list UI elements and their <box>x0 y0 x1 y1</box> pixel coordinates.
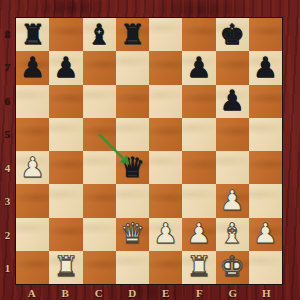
rank-label-3: 3 <box>0 185 15 219</box>
rank-labels: 87654321 <box>0 17 15 285</box>
black-pawn[interactable]: ♟ <box>53 54 78 82</box>
square-b1[interactable]: ♜ <box>49 251 82 284</box>
square-g3[interactable]: ♟ <box>216 184 249 217</box>
rank-label-1: 1 <box>0 252 15 286</box>
black-queen[interactable]: ♛ <box>120 154 145 182</box>
square-a6[interactable] <box>16 85 49 118</box>
square-c2[interactable] <box>83 218 116 251</box>
square-e5[interactable] <box>149 118 182 151</box>
square-a8[interactable]: ♜ <box>16 18 49 51</box>
square-a7[interactable]: ♟ <box>16 51 49 84</box>
white-bishop[interactable]: ♝ <box>220 220 245 248</box>
square-g6[interactable]: ♟ <box>216 85 249 118</box>
square-g8[interactable]: ♚ <box>216 18 249 51</box>
file-label-a: A <box>15 285 49 300</box>
square-a2[interactable] <box>16 218 49 251</box>
chess-board[interactable]: ♜♝♜♚♟♟♟♟♟♟♛♟♛♟♟♝♟♜♜♚ <box>16 18 282 284</box>
square-b2[interactable] <box>49 218 82 251</box>
square-g1[interactable]: ♚ <box>216 251 249 284</box>
white-rook[interactable]: ♜ <box>53 253 78 281</box>
black-pawn[interactable]: ♟ <box>253 54 278 82</box>
file-label-b: B <box>49 285 83 300</box>
file-label-d: D <box>116 285 150 300</box>
square-c7[interactable] <box>83 51 116 84</box>
file-label-g: G <box>216 285 250 300</box>
square-e1[interactable] <box>149 251 182 284</box>
square-c1[interactable] <box>83 251 116 284</box>
square-d4[interactable]: ♛ <box>116 151 149 184</box>
square-b3[interactable] <box>49 184 82 217</box>
white-pawn[interactable]: ♟ <box>253 220 278 248</box>
rank-label-8: 8 <box>0 17 15 51</box>
square-d5[interactable] <box>116 118 149 151</box>
square-d3[interactable] <box>116 184 149 217</box>
square-h6[interactable] <box>249 85 282 118</box>
square-h4[interactable] <box>249 151 282 184</box>
square-a5[interactable] <box>16 118 49 151</box>
rank-label-5: 5 <box>0 118 15 152</box>
white-pawn[interactable]: ♟ <box>153 220 178 248</box>
square-h7[interactable]: ♟ <box>249 51 282 84</box>
square-b7[interactable]: ♟ <box>49 51 82 84</box>
square-h1[interactable] <box>249 251 282 284</box>
square-e6[interactable] <box>149 85 182 118</box>
chess-app-window: 87654321 ABCDEFGH ♜♝♜♚♟♟♟♟♟♟♛♟♛♟♟♝♟♜♜♚ <box>0 0 300 300</box>
square-f1[interactable]: ♜ <box>182 251 215 284</box>
file-label-h: H <box>250 285 284 300</box>
square-b4[interactable] <box>49 151 82 184</box>
square-e7[interactable] <box>149 51 182 84</box>
square-g5[interactable] <box>216 118 249 151</box>
black-pawn[interactable]: ♟ <box>20 54 45 82</box>
square-h5[interactable] <box>249 118 282 151</box>
black-pawn[interactable]: ♟ <box>186 54 211 82</box>
square-f2[interactable]: ♟ <box>182 218 215 251</box>
white-queen[interactable]: ♛ <box>120 220 145 248</box>
square-d2[interactable]: ♛ <box>116 218 149 251</box>
square-d8[interactable]: ♜ <box>116 18 149 51</box>
square-a1[interactable] <box>16 251 49 284</box>
rank-label-6: 6 <box>0 84 15 118</box>
black-king[interactable]: ♚ <box>220 21 245 49</box>
black-pawn[interactable]: ♟ <box>220 87 245 115</box>
square-h8[interactable] <box>249 18 282 51</box>
square-e8[interactable] <box>149 18 182 51</box>
square-c4[interactable] <box>83 151 116 184</box>
chess-board-frame: ♜♝♜♚♟♟♟♟♟♟♛♟♛♟♟♝♟♜♜♚ <box>15 17 283 285</box>
square-c3[interactable] <box>83 184 116 217</box>
square-f3[interactable] <box>182 184 215 217</box>
square-e3[interactable] <box>149 184 182 217</box>
file-label-c: C <box>82 285 116 300</box>
square-d1[interactable] <box>116 251 149 284</box>
white-king[interactable]: ♚ <box>220 253 245 281</box>
rank-label-4: 4 <box>0 151 15 185</box>
square-c8[interactable]: ♝ <box>83 18 116 51</box>
square-b6[interactable] <box>49 85 82 118</box>
white-pawn[interactable]: ♟ <box>186 220 211 248</box>
square-b8[interactable] <box>49 18 82 51</box>
square-c5[interactable] <box>83 118 116 151</box>
white-pawn[interactable]: ♟ <box>220 187 245 215</box>
square-f5[interactable] <box>182 118 215 151</box>
square-h2[interactable]: ♟ <box>249 218 282 251</box>
black-rook[interactable]: ♜ <box>120 21 145 49</box>
square-d7[interactable] <box>116 51 149 84</box>
square-g2[interactable]: ♝ <box>216 218 249 251</box>
file-label-e: E <box>149 285 183 300</box>
square-e4[interactable] <box>149 151 182 184</box>
black-bishop[interactable]: ♝ <box>87 21 112 49</box>
file-labels: ABCDEFGH <box>15 285 283 300</box>
square-a3[interactable] <box>16 184 49 217</box>
square-c6[interactable] <box>83 85 116 118</box>
square-f7[interactable]: ♟ <box>182 51 215 84</box>
file-label-f: F <box>183 285 217 300</box>
square-g4[interactable] <box>216 151 249 184</box>
rank-label-7: 7 <box>0 51 15 85</box>
square-h3[interactable] <box>249 184 282 217</box>
square-a4[interactable]: ♟ <box>16 151 49 184</box>
square-f8[interactable] <box>182 18 215 51</box>
square-d6[interactable] <box>116 85 149 118</box>
square-e2[interactable]: ♟ <box>149 218 182 251</box>
black-rook[interactable]: ♜ <box>20 21 45 49</box>
square-f4[interactable] <box>182 151 215 184</box>
square-g7[interactable] <box>216 51 249 84</box>
square-b5[interactable] <box>49 118 82 151</box>
white-rook[interactable]: ♜ <box>186 253 211 281</box>
square-f6[interactable] <box>182 85 215 118</box>
rank-label-2: 2 <box>0 218 15 252</box>
white-pawn[interactable]: ♟ <box>20 154 45 182</box>
